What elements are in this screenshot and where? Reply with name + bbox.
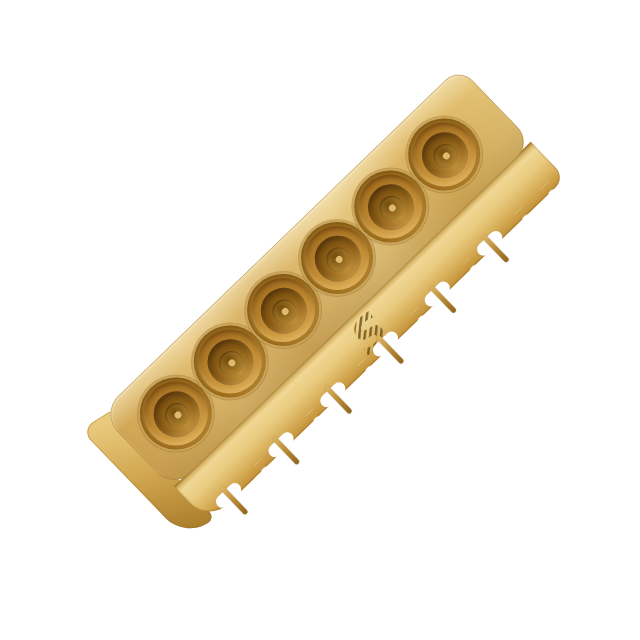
product-photo: S: [0, 0, 640, 640]
connector-top-face: [100, 66, 533, 490]
connector-body: S: [100, 66, 623, 582]
